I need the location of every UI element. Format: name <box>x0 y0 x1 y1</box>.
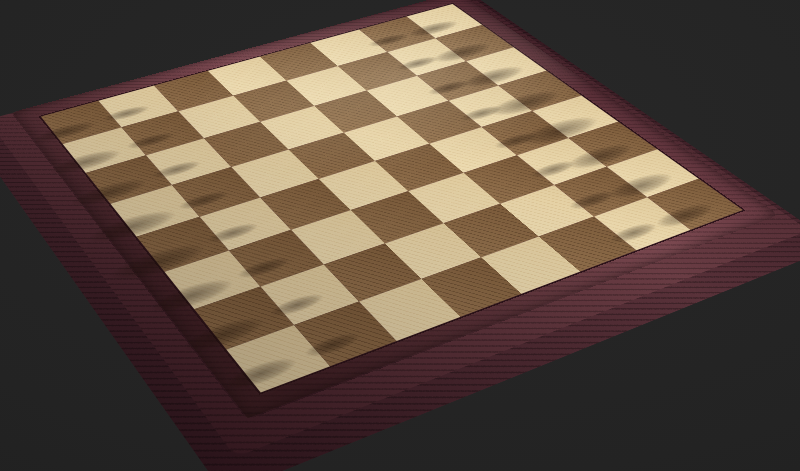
square-h1[interactable]: ♜ <box>226 324 330 392</box>
white-rook-icon: ♜ <box>242 267 333 369</box>
square-h7[interactable]: ♟ <box>594 197 690 250</box>
scene-background: ♜♟♟♜♞♟♟♞♝♟♟♝♛♟♟♛♚♟♟♚♝♟♟♝♞♟♟♞♜♟♟♜ <box>0 0 800 471</box>
chess-board: ♜♟♟♜♞♟♟♞♝♟♟♝♛♟♟♛♚♟♟♚♝♟♟♝♞♟♟♞♜♟♟♜ <box>11 0 779 419</box>
red-pawn-icon: ♟ <box>622 161 686 232</box>
